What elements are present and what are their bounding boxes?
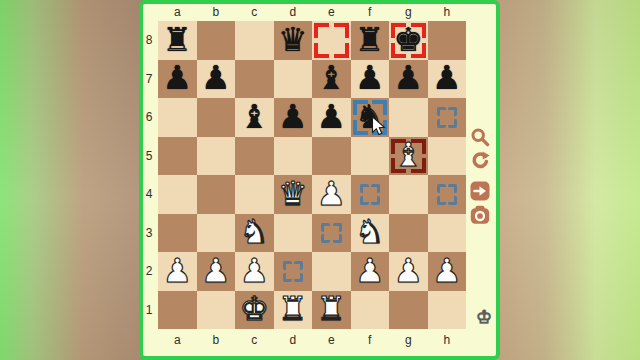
- square-g1[interactable]: [389, 291, 428, 330]
- square-d4[interactable]: ♛: [274, 175, 313, 214]
- rank-label-7: 7: [141, 60, 157, 99]
- black-pawn-b7[interactable]: ♟: [201, 61, 231, 94]
- black-king-g8[interactable]: ♚: [393, 23, 423, 56]
- square-c8[interactable]: [235, 21, 274, 60]
- refresh-icon[interactable]: [470, 151, 490, 171]
- rank-labels-left: 87654321: [141, 21, 157, 329]
- square-c4[interactable]: [235, 175, 274, 214]
- square-a3[interactable]: [158, 214, 197, 253]
- last-move-marker-e8: [314, 23, 349, 58]
- square-c6[interactable]: ♝: [235, 98, 274, 137]
- white-knight-f3[interactable]: ♞: [355, 215, 385, 248]
- rank-label-3: 3: [141, 214, 157, 253]
- file-label-h: h: [428, 331, 467, 348]
- file-label-d: d: [274, 331, 313, 348]
- square-c2[interactable]: ♟: [235, 252, 274, 291]
- move-hint-marker-e3: [321, 223, 342, 244]
- square-e2[interactable]: [312, 252, 351, 291]
- square-b4[interactable]: [197, 175, 236, 214]
- square-f2[interactable]: ♟: [351, 252, 390, 291]
- black-pawn-e6[interactable]: ♟: [316, 100, 346, 133]
- file-label-f: f: [351, 331, 390, 348]
- square-g7[interactable]: ♟: [389, 60, 428, 99]
- white-pawn-b2[interactable]: ♟: [201, 254, 231, 287]
- square-c3[interactable]: ♞: [235, 214, 274, 253]
- rank-label-4: 4: [141, 175, 157, 214]
- black-rook-f8[interactable]: ♜: [355, 23, 385, 56]
- square-h8[interactable]: [428, 21, 467, 60]
- white-pawn-c2[interactable]: ♟: [239, 254, 269, 287]
- square-d5[interactable]: [274, 137, 313, 176]
- white-knight-c3[interactable]: ♞: [239, 215, 269, 248]
- file-labels-bottom: abcdefgh: [158, 331, 466, 348]
- file-label-g: g: [389, 3, 428, 20]
- black-pawn-g7[interactable]: ♟: [393, 61, 423, 94]
- square-d6[interactable]: ♟: [274, 98, 313, 137]
- white-pawn-g2[interactable]: ♟: [393, 254, 423, 287]
- square-e3[interactable]: [312, 214, 351, 253]
- file-label-b: b: [197, 331, 236, 348]
- white-bishop-g5[interactable]: ♝: [393, 138, 423, 171]
- square-g3[interactable]: [389, 214, 428, 253]
- square-g6[interactable]: [389, 98, 428, 137]
- file-label-a: a: [158, 331, 197, 348]
- black-rook-a8[interactable]: ♜: [162, 23, 192, 56]
- white-pawn-e4[interactable]: ♟: [316, 177, 346, 210]
- screenshot-root: abcdefgh 87654321 ♜♛♜♚♟♟♝♟♟♟♝♟♟♞♝♛♟♞♞♟♟♟…: [0, 0, 640, 360]
- square-e7[interactable]: ♝: [312, 60, 351, 99]
- white-pawn-h2[interactable]: ♟: [432, 254, 462, 287]
- square-c1[interactable]: ♚: [235, 291, 274, 330]
- move-hint-marker-f4: [360, 184, 381, 205]
- square-d7[interactable]: [274, 60, 313, 99]
- square-e1[interactable]: ♜: [312, 291, 351, 330]
- square-g5[interactable]: ♝: [389, 137, 428, 176]
- forward-icon[interactable]: [470, 181, 490, 201]
- black-bishop-c6[interactable]: ♝: [239, 100, 269, 133]
- square-c7[interactable]: [235, 60, 274, 99]
- tool-icon-column: [470, 127, 492, 231]
- file-label-f: f: [351, 3, 390, 20]
- square-h2[interactable]: ♟: [428, 252, 467, 291]
- square-a2[interactable]: ♟: [158, 252, 197, 291]
- move-hint-marker-h4: [437, 184, 458, 205]
- square-e8[interactable]: [312, 21, 351, 60]
- white-queen-d4[interactable]: ♛: [278, 177, 308, 210]
- square-f6[interactable]: ♞: [351, 98, 390, 137]
- square-h3[interactable]: [428, 214, 467, 253]
- file-label-c: c: [235, 3, 274, 20]
- file-label-d: d: [274, 3, 313, 20]
- square-b3[interactable]: [197, 214, 236, 253]
- square-b6[interactable]: [197, 98, 236, 137]
- rank-label-1: 1: [141, 291, 157, 330]
- square-a4[interactable]: [158, 175, 197, 214]
- chess-board: ♜♛♜♚♟♟♝♟♟♟♝♟♟♞♝♛♟♞♞♟♟♟♟♟♟♚♜♜: [158, 21, 466, 329]
- square-g8[interactable]: ♚: [389, 21, 428, 60]
- white-rook-e1[interactable]: ♜: [316, 292, 346, 325]
- search-icon[interactable]: [470, 127, 490, 147]
- square-g2[interactable]: ♟: [389, 252, 428, 291]
- move-hint-marker-h6: [437, 107, 458, 128]
- white-rook-d1[interactable]: ♜: [278, 292, 308, 325]
- square-e6[interactable]: ♟: [312, 98, 351, 137]
- square-h4[interactable]: [428, 175, 467, 214]
- square-b2[interactable]: ♟: [197, 252, 236, 291]
- black-knight-f6[interactable]: ♞: [355, 100, 385, 133]
- file-label-h: h: [428, 3, 467, 20]
- white-pawn-f2[interactable]: ♟: [355, 254, 385, 287]
- white-king-c1[interactable]: ♚: [239, 292, 269, 325]
- file-labels-top: abcdefgh: [158, 3, 466, 20]
- square-b5[interactable]: [197, 137, 236, 176]
- file-label-c: c: [235, 331, 274, 348]
- black-pawn-d6[interactable]: ♟: [278, 100, 308, 133]
- file-label-g: g: [389, 331, 428, 348]
- square-g4[interactable]: [389, 175, 428, 214]
- rank-label-6: 6: [141, 98, 157, 137]
- move-hint-marker-d2: [283, 261, 304, 282]
- square-a5[interactable]: [158, 137, 197, 176]
- square-f1[interactable]: [351, 291, 390, 330]
- black-pawn-f7[interactable]: ♟: [355, 61, 385, 94]
- file-label-e: e: [312, 3, 351, 20]
- square-b7[interactable]: ♟: [197, 60, 236, 99]
- square-a1[interactable]: [158, 291, 197, 330]
- square-a6[interactable]: [158, 98, 197, 137]
- black-pawn-a7[interactable]: ♟: [162, 61, 192, 94]
- square-a7[interactable]: ♟: [158, 60, 197, 99]
- square-f5[interactable]: [351, 137, 390, 176]
- square-b8[interactable]: [197, 21, 236, 60]
- square-f4[interactable]: [351, 175, 390, 214]
- turn-indicator-white-king: ♔: [473, 305, 495, 329]
- square-d1[interactable]: ♜: [274, 291, 313, 330]
- rank-label-5: 5: [141, 137, 157, 176]
- square-f7[interactable]: ♟: [351, 60, 390, 99]
- square-h6[interactable]: [428, 98, 467, 137]
- square-h7[interactable]: ♟: [428, 60, 467, 99]
- square-b1[interactable]: [197, 291, 236, 330]
- black-bishop-e7[interactable]: ♝: [316, 61, 346, 94]
- rank-label-8: 8: [141, 21, 157, 60]
- camera-icon[interactable]: [470, 205, 490, 225]
- square-c5[interactable]: [235, 137, 274, 176]
- file-label-b: b: [197, 3, 236, 20]
- square-d2[interactable]: [274, 252, 313, 291]
- rank-label-2: 2: [141, 252, 157, 291]
- square-e5[interactable]: [312, 137, 351, 176]
- square-h1[interactable]: [428, 291, 467, 330]
- square-e4[interactable]: ♟: [312, 175, 351, 214]
- square-d8[interactable]: ♛: [274, 21, 313, 60]
- square-f8[interactable]: ♜: [351, 21, 390, 60]
- black-queen-d8[interactable]: ♛: [278, 23, 308, 56]
- square-a8[interactable]: ♜: [158, 21, 197, 60]
- file-label-a: a: [158, 3, 197, 20]
- square-f3[interactable]: ♞: [351, 214, 390, 253]
- black-pawn-h7[interactable]: ♟: [432, 61, 462, 94]
- white-pawn-a2[interactable]: ♟: [162, 254, 192, 287]
- square-d3[interactable]: [274, 214, 313, 253]
- square-h5[interactable]: [428, 137, 467, 176]
- file-label-e: e: [312, 331, 351, 348]
